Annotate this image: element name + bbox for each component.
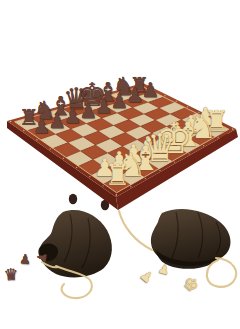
- frame-screw-dot: [109, 93, 110, 94]
- frame-screw-dot: [116, 194, 117, 195]
- frame-screw-dot: [43, 111, 44, 112]
- frame-screw-dot: [145, 178, 146, 179]
- frame-screw-dot: [76, 167, 77, 168]
- frame-screw-dot: [198, 112, 199, 113]
- frame-screw-dot: [102, 185, 103, 186]
- frame-screw-dot: [174, 161, 175, 162]
- frame-screw-dot: [217, 137, 218, 138]
- frame-screw-dot: [176, 101, 177, 102]
- black-pieces-pouch: [38, 210, 112, 298]
- frame-screw-dot: [130, 186, 131, 187]
- frame-screw-dot: [89, 176, 90, 177]
- board-and-pouches-graphic: [0, 0, 240, 329]
- frame-screw-dot: [23, 130, 24, 131]
- frame-screw-dot: [188, 153, 189, 154]
- frame-screw-dot: [164, 95, 165, 96]
- chess-set-product-photo: ♜♞♝♛♚♝♞♜♟♟♟♟♟♟♟♟♟♟♟♟♟♟♟♟♜♞♝♛♚♝♞♜♛♟♟♟♟♚: [0, 0, 240, 329]
- frame-screw-dot: [232, 128, 233, 129]
- frame-screw-dot: [92, 98, 93, 99]
- frame-screw-dot: [50, 148, 51, 149]
- frame-screw-dot: [36, 139, 37, 140]
- frame-screw-dot: [59, 107, 60, 108]
- white-pieces-pouch: [119, 209, 236, 287]
- frame-screw-dot: [10, 121, 11, 122]
- frame-screw-dot: [142, 84, 143, 85]
- frame-screw-dot: [26, 116, 27, 117]
- frame-screw-dot: [76, 102, 77, 103]
- chess-board: [15, 86, 229, 193]
- frame-screw-dot: [125, 88, 126, 89]
- frame-screw-dot: [153, 89, 154, 90]
- frame-screw-dot: [187, 106, 188, 107]
- frame-screw-dot: [209, 117, 210, 118]
- board-foot: [69, 194, 77, 204]
- frame-screw-dot: [221, 123, 222, 124]
- frame-screw-dot: [159, 170, 160, 171]
- drawstring-cord: [119, 211, 152, 250]
- frame-screw-dot: [203, 145, 204, 146]
- frame-screw-dot: [63, 158, 64, 159]
